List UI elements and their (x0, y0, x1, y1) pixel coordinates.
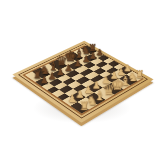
board-frame: ♜♞♝♛♚♝♞♜♟♟♟♟♟♟♟♟♟♟♟♟♟♟♟♟♜♞♝♛♚♝♞♜ (18, 43, 148, 118)
black-pawn: ♟ (73, 59, 81, 68)
photo-background: ♜♞♝♛♚♝♞♜♟♟♟♟♟♟♟♟♟♟♟♟♟♟♟♟♜♞♝♛♚♝♞♜ (0, 0, 160, 160)
white-rook: ♜ (79, 100, 89, 112)
scene: ♜♞♝♛♚♝♞♜♟♟♟♟♟♟♟♟♟♟♟♟♟♟♟♟♜♞♝♛♚♝♞♜ (0, 0, 160, 160)
white-pawn: ♟ (68, 93, 77, 103)
square: ♜ (70, 102, 89, 114)
board-squares: ♜♞♝♛♚♝♞♜♟♟♟♟♟♟♟♟♟♟♟♟♟♟♟♟♜♞♝♛♚♝♞♜ (22, 45, 144, 115)
black-pawn: ♟ (64, 63, 72, 72)
board-face: ♜♞♝♛♚♝♞♜♟♟♟♟♟♟♟♟♟♟♟♟♟♟♟♟♜♞♝♛♚♝♞♜ (12, 41, 153, 123)
square: ♟ (63, 96, 78, 105)
black-pawn: ♟ (40, 75, 49, 85)
black-pawn: ♟ (82, 54, 90, 63)
chess-board: ♜♞♝♛♚♝♞♜♟♟♟♟♟♟♟♟♟♟♟♟♟♟♟♟♜♞♝♛♚♝♞♜ (12, 41, 153, 123)
black-pawn: ♟ (56, 67, 65, 76)
